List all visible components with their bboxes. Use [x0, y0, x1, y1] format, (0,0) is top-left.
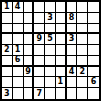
- sudoku-cell-r3c7[interactable]: [67, 24, 78, 35]
- sudoku-cell-r4c9[interactable]: [88, 34, 99, 45]
- sudoku-cell-r3c9[interactable]: [88, 24, 99, 35]
- sudoku-cell-r1c1[interactable]: 1: [2, 2, 13, 13]
- sudoku-cell-r9c6[interactable]: [56, 88, 67, 99]
- sudoku-cell-r9c1[interactable]: 3: [2, 88, 13, 99]
- sudoku-cell-r4c4[interactable]: 9: [34, 34, 45, 45]
- sudoku-cell-r4c6[interactable]: [56, 34, 67, 45]
- sudoku-cell-r2c2[interactable]: [13, 13, 24, 24]
- sudoku-cell-r9c8[interactable]: [77, 88, 88, 99]
- sudoku-cell-r9c2[interactable]: [13, 88, 24, 99]
- sudoku-cell-r2c1[interactable]: [2, 13, 13, 24]
- sudoku-cell-r6c1[interactable]: [2, 56, 13, 67]
- sudoku-cell-r9c3[interactable]: [24, 88, 35, 99]
- sudoku-cell-r2c6[interactable]: [56, 13, 67, 24]
- sudoku-cell-r3c5[interactable]: [45, 24, 56, 35]
- sudoku-cell-r9c4[interactable]: 7: [34, 88, 45, 99]
- sudoku-cell-r4c3[interactable]: [24, 34, 35, 45]
- sudoku-cell-r1c3[interactable]: [24, 2, 35, 13]
- sudoku-cell-r1c5[interactable]: [45, 2, 56, 13]
- sudoku-cell-r6c7[interactable]: [67, 56, 78, 67]
- sudoku-cell-r7c1[interactable]: [2, 67, 13, 78]
- sudoku-cell-r5c4[interactable]: [34, 45, 45, 56]
- sudoku-cell-r9c5[interactable]: [45, 88, 56, 99]
- sudoku-cell-r8c5[interactable]: [45, 77, 56, 88]
- sudoku-cell-r6c9[interactable]: [88, 56, 99, 67]
- sudoku-cell-r8c8[interactable]: [77, 77, 88, 88]
- sudoku-cell-r2c8[interactable]: [77, 13, 88, 24]
- sudoku-cell-r6c2[interactable]: 6: [13, 56, 24, 67]
- sudoku-cell-r5c2[interactable]: 1: [13, 45, 24, 56]
- sudoku-cell-r4c8[interactable]: [77, 34, 88, 45]
- sudoku-cell-r9c7[interactable]: [67, 88, 78, 99]
- sudoku-cell-r4c7[interactable]: 3: [67, 34, 78, 45]
- sudoku-cell-r9c9[interactable]: [88, 88, 99, 99]
- sudoku-cell-r1c2[interactable]: 4: [13, 2, 24, 13]
- sudoku-cell-r7c4[interactable]: [34, 67, 45, 78]
- sudoku-cell-r8c7[interactable]: [67, 77, 78, 88]
- sudoku-cell-r1c7[interactable]: [67, 2, 78, 13]
- sudoku-cell-r4c1[interactable]: [2, 34, 13, 45]
- sudoku-cell-r5c6[interactable]: [56, 45, 67, 56]
- sudoku-cell-r6c3[interactable]: [24, 56, 35, 67]
- sudoku-cell-r1c8[interactable]: [77, 2, 88, 13]
- sudoku-cell-r2c4[interactable]: [34, 13, 45, 24]
- sudoku-cell-r2c5[interactable]: 3: [45, 13, 56, 24]
- sudoku-cell-r5c9[interactable]: [88, 45, 99, 56]
- sudoku-cell-r5c7[interactable]: [67, 45, 78, 56]
- sudoku-cell-r2c9[interactable]: [88, 13, 99, 24]
- sudoku-cell-r7c7[interactable]: 4: [67, 67, 78, 78]
- sudoku-cell-r4c5[interactable]: 5: [45, 34, 56, 45]
- sudoku-cell-r3c1[interactable]: [2, 24, 13, 35]
- sudoku-cell-r8c2[interactable]: [13, 77, 24, 88]
- sudoku-cell-r1c6[interactable]: [56, 2, 67, 13]
- sudoku-cell-r5c8[interactable]: [77, 45, 88, 56]
- sudoku-board: 14389532169421637: [0, 0, 101, 101]
- sudoku-cell-r7c6[interactable]: [56, 67, 67, 78]
- sudoku-cell-r7c9[interactable]: [88, 67, 99, 78]
- sudoku-cell-r3c8[interactable]: [77, 24, 88, 35]
- sudoku-cell-r7c3[interactable]: 9: [24, 67, 35, 78]
- sudoku-cell-r8c9[interactable]: 6: [88, 77, 99, 88]
- sudoku-cell-r3c2[interactable]: [13, 24, 24, 35]
- sudoku-cell-r4c2[interactable]: [13, 34, 24, 45]
- sudoku-cell-r3c6[interactable]: [56, 24, 67, 35]
- sudoku-cell-r3c3[interactable]: [24, 24, 35, 35]
- sudoku-cell-r5c3[interactable]: [24, 45, 35, 56]
- sudoku-cell-r7c5[interactable]: [45, 67, 56, 78]
- sudoku-cell-r2c3[interactable]: [24, 13, 35, 24]
- sudoku-cell-r7c8[interactable]: 2: [77, 67, 88, 78]
- sudoku-cell-r8c4[interactable]: [34, 77, 45, 88]
- sudoku-cell-r8c1[interactable]: [2, 77, 13, 88]
- sudoku-cell-r6c5[interactable]: [45, 56, 56, 67]
- sudoku-cell-r3c4[interactable]: [34, 24, 45, 35]
- sudoku-cell-r6c8[interactable]: [77, 56, 88, 67]
- sudoku-cell-r5c5[interactable]: [45, 45, 56, 56]
- sudoku-cell-r7c2[interactable]: [13, 67, 24, 78]
- sudoku-cell-r1c9[interactable]: [88, 2, 99, 13]
- sudoku-cell-r1c4[interactable]: [34, 2, 45, 13]
- sudoku-cell-r6c4[interactable]: [34, 56, 45, 67]
- sudoku-cell-r8c3[interactable]: [24, 77, 35, 88]
- sudoku-cell-r6c6[interactable]: [56, 56, 67, 67]
- sudoku-cell-r5c1[interactable]: 2: [2, 45, 13, 56]
- sudoku-cell-r8c6[interactable]: 1: [56, 77, 67, 88]
- sudoku-cell-r2c7[interactable]: 8: [67, 13, 78, 24]
